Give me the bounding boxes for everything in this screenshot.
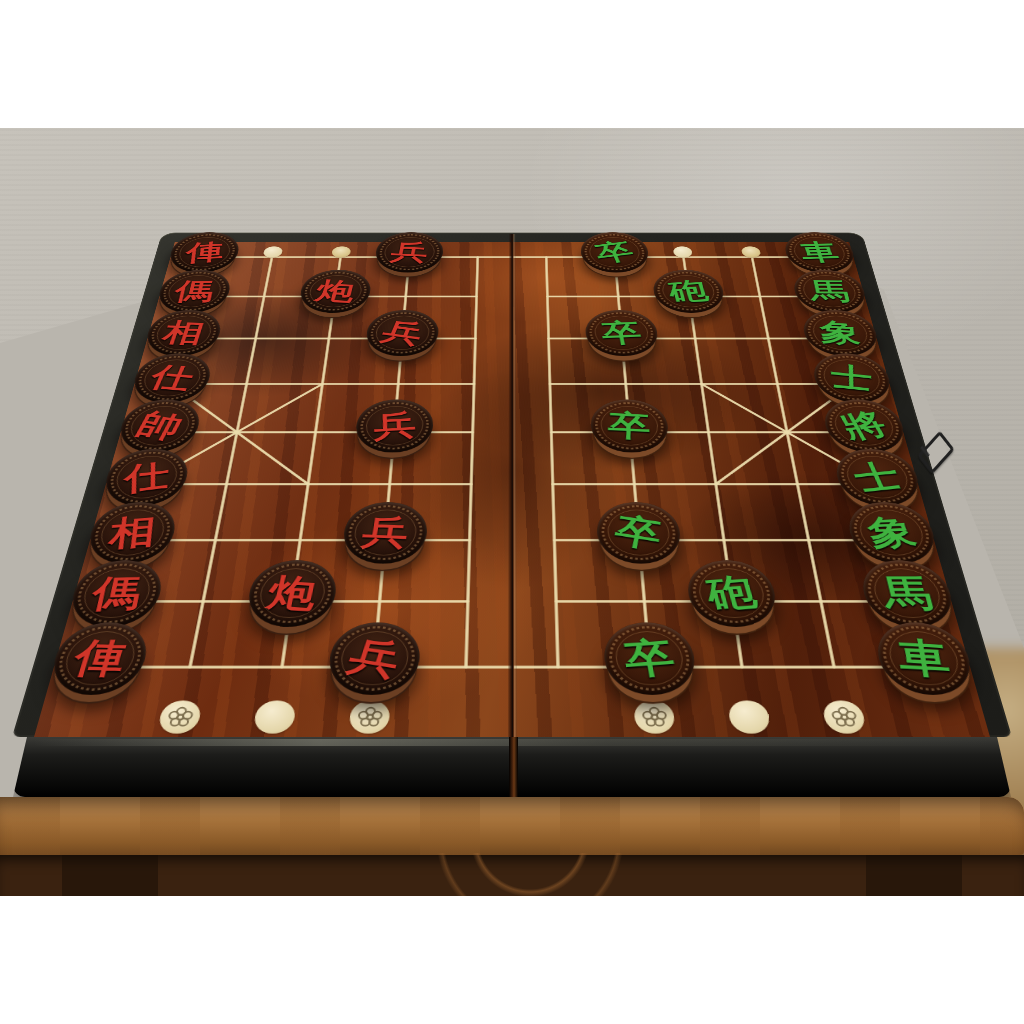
xiangqi-board: 俥傌相仕帥仕相傌俥炮炮兵兵兵兵兵車馬象士將士象馬車砲砲卒卒卒卒卒 [12, 233, 1012, 737]
piece-character: 將 [836, 408, 892, 443]
piece-character: 仕 [124, 459, 169, 495]
table-carved-apron [0, 855, 1024, 896]
piece-character: 卒 [608, 410, 651, 441]
fold-seam [508, 234, 517, 737]
piece-character: 卒 [592, 239, 637, 265]
table-leg-left [62, 855, 158, 896]
piece-character: 馬 [879, 575, 936, 612]
piece-character: 相 [107, 514, 157, 551]
piece-character: 兵 [389, 240, 430, 264]
piece-character: 象 [819, 319, 862, 347]
piece-character: 傌 [173, 279, 217, 303]
piece-character: 相 [160, 319, 208, 346]
apron-carving [400, 853, 660, 896]
product-photo: 俥傌相仕帥仕相傌俥炮炮兵兵兵兵兵車馬象士將士象馬車砲砲卒卒卒卒卒 [0, 128, 1024, 896]
piece-character: 卒 [599, 319, 643, 346]
piece-character: 馬 [808, 279, 852, 303]
piece-character: 砲 [703, 573, 760, 614]
board-frame-front-face [13, 737, 1011, 797]
piece-character: 帥 [132, 409, 188, 443]
piece-character: 兵 [373, 410, 417, 442]
piece-character: 炮 [313, 278, 357, 304]
piece-character: 傌 [89, 574, 145, 612]
piece-character: 仕 [146, 363, 198, 393]
piece-character: 炮 [264, 573, 320, 612]
top-margin-dot [673, 246, 693, 257]
table-leg-right [866, 855, 962, 896]
piece-character: 俥 [69, 637, 130, 678]
piece-character: 卒 [621, 636, 678, 679]
piece-character: 士 [831, 362, 873, 393]
table-front-edge [0, 797, 1024, 855]
piece-character: 車 [797, 240, 841, 263]
piece-character: 砲 [666, 278, 710, 304]
piece-character: 象 [863, 514, 920, 550]
piece-character: 士 [849, 459, 906, 495]
piece-character: 俥 [185, 240, 225, 264]
piece-character: 車 [896, 637, 953, 680]
piece-character: 兵 [378, 318, 427, 348]
piece-character: 兵 [344, 635, 405, 682]
piece-character: 卒 [612, 512, 664, 552]
fold-seam-front [509, 737, 518, 797]
piece-character: 兵 [360, 515, 411, 551]
